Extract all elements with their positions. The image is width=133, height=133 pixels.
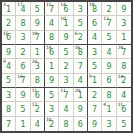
solution-digit: 9 xyxy=(49,77,54,85)
cell-r5c1[interactable]: 94 xyxy=(2,59,16,73)
solution-digit: 2 xyxy=(6,20,11,28)
solution-digit: 9 xyxy=(63,34,68,42)
solution-digit: 3 xyxy=(106,121,111,129)
cell-r9c2[interactable]: 1 xyxy=(16,117,30,131)
cell-r8c5[interactable]: 4 xyxy=(59,102,73,116)
cell-r9c8[interactable]: 3 xyxy=(102,117,116,131)
cage-sum-label: 10 xyxy=(46,117,51,122)
solution-digit: 4 xyxy=(6,63,11,71)
cell-r9c3[interactable]: 4 xyxy=(31,117,45,131)
solution-digit: 3 xyxy=(20,34,25,42)
cell-r4c7[interactable]: 3 xyxy=(88,45,102,59)
cell-r2c1[interactable]: 2 xyxy=(2,16,16,30)
cell-r8c6[interactable]: 9 xyxy=(74,102,88,116)
cell-r5c7[interactable]: 5 xyxy=(88,59,102,73)
solution-digit: 3 xyxy=(6,92,11,100)
solution-digit: 6 xyxy=(92,20,97,28)
solution-digit: 9 xyxy=(92,121,97,129)
cell-r4c2[interactable]: 2 xyxy=(16,45,30,59)
cell-r7c6[interactable]: 201 xyxy=(74,88,88,102)
cell-r4c5[interactable]: 5 xyxy=(59,45,73,59)
cell-r1c5[interactable]: 146 xyxy=(59,2,73,16)
cell-r3c2[interactable]: 3 xyxy=(16,31,30,45)
cage-sum-label: 11 xyxy=(60,88,65,93)
solution-digit: 8 xyxy=(35,77,40,85)
cell-r8c1[interactable]: 8 xyxy=(2,102,16,116)
solution-digit: 9 xyxy=(121,6,126,14)
solution-digit: 6 xyxy=(78,121,83,129)
solution-digit: 3 xyxy=(78,6,83,14)
cell-r7c1[interactable]: 3 xyxy=(2,88,16,102)
solution-digit: 6 xyxy=(20,63,25,71)
solution-digit: 8 xyxy=(121,63,126,71)
cell-r7c2[interactable]: 9 xyxy=(16,88,30,102)
solution-digit: 2 xyxy=(49,121,54,129)
cell-r4c1[interactable]: 9 xyxy=(2,45,16,59)
solution-digit: 1 xyxy=(20,121,25,129)
cell-r4c8[interactable]: 4 xyxy=(102,45,116,59)
cell-r6c6[interactable]: 4 xyxy=(74,74,88,88)
cell-r7c4[interactable]: 5 xyxy=(45,88,59,102)
solution-digit: 4 xyxy=(78,77,83,85)
solution-digit: 1 xyxy=(121,34,126,42)
cell-r7c3[interactable]: 116 xyxy=(31,88,45,102)
cell-r2c4[interactable]: 4 xyxy=(45,16,59,30)
cage-sum-label: 19 xyxy=(89,2,94,7)
solution-digit: 2 xyxy=(106,6,111,14)
solution-digit: 5 xyxy=(121,121,126,129)
cell-r8c2[interactable]: 5 xyxy=(16,102,30,116)
solution-digit: 1 xyxy=(49,63,54,71)
cell-r1c3[interactable]: 5 xyxy=(31,2,45,16)
cage-sum-label: 10 xyxy=(32,31,37,36)
cage-sum-label: 20 xyxy=(32,59,37,64)
solution-digit: 5 xyxy=(106,34,111,42)
cell-r5c2[interactable]: 6 xyxy=(16,59,30,73)
solution-digit: 4 xyxy=(35,121,40,129)
cage-sum-label: 16 xyxy=(75,45,80,50)
cell-r3c3[interactable]: 107 xyxy=(31,31,45,45)
cage-sum-label: 17 xyxy=(32,102,37,107)
solution-digit: 6 xyxy=(106,77,111,85)
solution-digit: 2 xyxy=(92,92,97,100)
solution-digit: 5 xyxy=(92,63,97,71)
cell-r9c6[interactable]: 6 xyxy=(74,117,88,131)
cage-sum-label: 14 xyxy=(46,45,51,50)
solution-digit: 2 xyxy=(20,49,25,57)
cell-r7c9[interactable]: 4 xyxy=(117,88,131,102)
cage-sum-label: 9 xyxy=(3,59,6,64)
cell-r8c7[interactable]: 7 xyxy=(88,102,102,116)
cell-r4c6[interactable]: 168 xyxy=(74,45,88,59)
cage-sum-label: 11 xyxy=(32,88,37,93)
cell-r9c5[interactable]: 8 xyxy=(59,117,73,131)
solution-digit: 1 xyxy=(35,49,40,57)
solution-digit: 5 xyxy=(20,106,25,114)
cage-sum-label: 17 xyxy=(17,2,22,7)
solution-digit: 4 xyxy=(63,106,68,114)
cell-r2c5[interactable]: 101 xyxy=(59,16,73,30)
cell-r9c7[interactable]: 9 xyxy=(88,117,102,131)
cage-sum-label: 14 xyxy=(60,2,65,7)
solution-digit: 4 xyxy=(49,20,54,28)
solution-digit: 9 xyxy=(106,63,111,71)
solution-digit: 8 xyxy=(63,121,68,129)
solution-digit: 7 xyxy=(78,63,83,71)
cell-r6c9[interactable]: 142 xyxy=(117,74,131,88)
cell-r8c3[interactable]: 172 xyxy=(31,102,45,116)
cell-r1c2[interactable]: 174 xyxy=(16,2,30,16)
solution-digit: 9 xyxy=(35,20,40,28)
cage-sum-label: 11 xyxy=(118,102,123,107)
solution-digit: 2 xyxy=(78,34,83,42)
cell-r7c5[interactable]: 117 xyxy=(59,88,73,102)
cage-sum-label: 11 xyxy=(46,2,51,7)
cage-sum-label: 10 xyxy=(60,16,65,21)
solution-digit: 4 xyxy=(106,49,111,57)
cell-r3c5[interactable]: 9 xyxy=(59,31,73,45)
cage-sum-label: 24 xyxy=(118,45,123,50)
solution-digit: 3 xyxy=(63,77,68,85)
cell-r8c4[interactable]: 3 xyxy=(45,102,59,116)
solution-digit: 9 xyxy=(20,92,25,100)
cage-sum-label: 4 xyxy=(103,102,106,107)
cell-r1c1[interactable]: 31 xyxy=(2,2,16,16)
cell-r4c4[interactable]: 146 xyxy=(45,45,59,59)
cell-r8c8[interactable]: 41 xyxy=(102,102,116,116)
solution-digit: 9 xyxy=(6,49,11,57)
solution-digit: 8 xyxy=(20,20,25,28)
solution-digit: 3 xyxy=(121,20,126,28)
solution-digit: 8 xyxy=(6,106,11,114)
cell-r2c7[interactable]: 6 xyxy=(88,16,102,30)
cell-r3c4[interactable]: 8 xyxy=(45,31,59,45)
solution-digit: 5 xyxy=(49,92,54,100)
solution-digit: 1 xyxy=(106,106,111,114)
cell-r5c6[interactable]: 7 xyxy=(74,59,88,73)
cell-r1c4[interactable]: 117 xyxy=(45,2,59,16)
cage-sum-label: 20 xyxy=(75,88,80,93)
cell-r6c5[interactable]: 3 xyxy=(59,74,73,88)
solution-digit: 4 xyxy=(121,92,126,100)
cage-sum-label: 16 xyxy=(17,74,22,79)
solution-digit: 1 xyxy=(92,77,97,85)
cell-r5c4[interactable]: 1 xyxy=(45,59,59,73)
solution-digit: 5 xyxy=(63,49,68,57)
solution-digit: 2 xyxy=(63,63,68,71)
cell-r3c9[interactable]: 1 xyxy=(117,31,131,45)
cell-r3c8[interactable]: 5 xyxy=(102,31,116,45)
cage-sum-label: 15 xyxy=(3,31,8,36)
cell-r2c6[interactable]: 5 xyxy=(74,16,88,30)
solution-digit: 5 xyxy=(78,20,83,28)
cell-r6c2[interactable]: 167 xyxy=(16,74,30,88)
solution-digit: 7 xyxy=(92,106,97,114)
solution-digit: 3 xyxy=(49,106,54,114)
cell-r6c7[interactable]: 91 xyxy=(88,74,102,88)
cell-r2c8[interactable]: 127 xyxy=(102,16,116,30)
solution-digit: 4 xyxy=(92,34,97,42)
killer-sudoku-board: 3117451171463198292894101561273156310789… xyxy=(0,0,133,133)
solution-digit: 8 xyxy=(106,92,111,100)
cell-r3c7[interactable]: 4 xyxy=(88,31,102,45)
cell-r7c8[interactable]: 8 xyxy=(102,88,116,102)
cell-r3c1[interactable]: 156 xyxy=(2,31,16,45)
solution-digit: 5 xyxy=(6,77,11,85)
cell-r2c3[interactable]: 9 xyxy=(31,16,45,30)
cell-r1c8[interactable]: 2 xyxy=(102,2,116,16)
cell-r1c9[interactable]: 9 xyxy=(117,2,131,16)
solution-digit: 8 xyxy=(49,34,54,42)
cage-sum-label: 6 xyxy=(75,31,78,36)
cell-r8c9[interactable]: 116 xyxy=(117,102,131,116)
cage-sum-label: 3 xyxy=(3,2,6,7)
solution-digit: 1 xyxy=(6,6,11,14)
cage-sum-label: 12 xyxy=(103,16,108,21)
cell-r9c9[interactable]: 5 xyxy=(117,117,131,131)
cell-r3c6[interactable]: 62 xyxy=(74,31,88,45)
cell-r6c3[interactable]: 8 xyxy=(31,74,45,88)
cage-sum-label: 9 xyxy=(89,74,92,79)
solution-digit: 3 xyxy=(92,49,97,57)
cell-r7c7[interactable]: 2 xyxy=(88,88,102,102)
cell-r1c7[interactable]: 198 xyxy=(88,2,102,16)
cell-r1c6[interactable]: 3 xyxy=(74,2,88,16)
cell-r9c4[interactable]: 102 xyxy=(45,117,59,131)
solution-digit: 7 xyxy=(6,121,11,129)
cell-r2c2[interactable]: 8 xyxy=(16,16,30,30)
cell-r6c4[interactable]: 9 xyxy=(45,74,59,88)
cell-r9c1[interactable]: 7 xyxy=(2,117,16,131)
solution-digit: 5 xyxy=(35,6,40,14)
cell-r2c9[interactable]: 3 xyxy=(117,16,131,30)
cell-r4c9[interactable]: 247 xyxy=(117,45,131,59)
cell-r4c3[interactable]: 1 xyxy=(31,45,45,59)
solution-digit: 9 xyxy=(78,106,83,114)
cell-r5c3[interactable]: 203 xyxy=(31,59,45,73)
cell-r5c9[interactable]: 8 xyxy=(117,59,131,73)
cell-r6c1[interactable]: 5 xyxy=(2,74,16,88)
cell-r6c8[interactable]: 6 xyxy=(102,74,116,88)
cage-sum-label: 14 xyxy=(118,74,123,79)
cell-r5c5[interactable]: 2 xyxy=(59,59,73,73)
cell-r5c8[interactable]: 9 xyxy=(102,59,116,73)
